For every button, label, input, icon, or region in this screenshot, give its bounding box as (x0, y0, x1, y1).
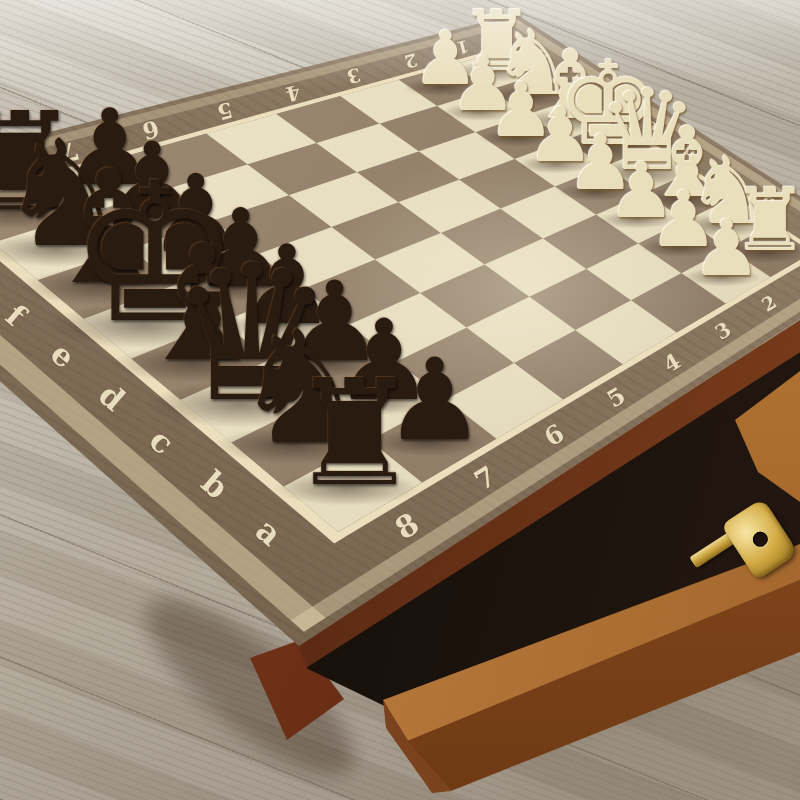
piece-white-pawn-a2[interactable]: ♟ (692, 209, 762, 287)
chess-box-photo: aa88bb77cc66dd55ee44ff33gg22hh11 ♜♞♛♝♚♝♞… (0, 0, 800, 800)
piece-black-rook-a8[interactable]: ♜ (289, 360, 421, 507)
